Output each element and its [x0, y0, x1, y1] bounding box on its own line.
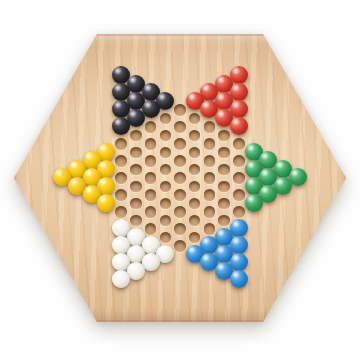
board-hole[interactable]: [130, 164, 142, 176]
board-hole[interactable]: [115, 155, 127, 167]
board-hole[interactable]: [233, 155, 245, 167]
board-hole[interactable]: [160, 113, 172, 125]
board-hole[interactable]: [115, 172, 127, 184]
board-hole[interactable]: [204, 223, 216, 235]
board-hole[interactable]: [189, 215, 201, 227]
board-hole[interactable]: [189, 181, 201, 193]
chinese-checkers-scene: [0, 0, 360, 360]
board-hole[interactable]: [204, 121, 216, 133]
board-hole[interactable]: [145, 121, 157, 133]
board-hole[interactable]: [160, 181, 172, 193]
board-hole[interactable]: [145, 172, 157, 184]
board-hole[interactable]: [174, 104, 186, 116]
board-hole[interactable]: [204, 189, 216, 201]
board-hole[interactable]: [174, 138, 186, 150]
peg-green[interactable]: [245, 194, 263, 212]
board-hole[interactable]: [233, 206, 245, 218]
board-hole[interactable]: [233, 172, 245, 184]
board-hole[interactable]: [174, 172, 186, 184]
board-hole[interactable]: [160, 232, 172, 244]
board-hole[interactable]: [160, 130, 172, 142]
board-hole[interactable]: [160, 215, 172, 227]
board-hole[interactable]: [174, 189, 186, 201]
peg-blue[interactable]: [230, 270, 248, 288]
board-hole[interactable]: [130, 147, 142, 159]
board-hole[interactable]: [218, 164, 230, 176]
board-hole[interactable]: [145, 155, 157, 167]
board-hole[interactable]: [115, 206, 127, 218]
board-hole[interactable]: [174, 240, 186, 252]
board-hole[interactable]: [115, 138, 127, 150]
board-hole[interactable]: [233, 189, 245, 201]
board-hole[interactable]: [204, 206, 216, 218]
peg-white[interactable]: [112, 270, 130, 288]
board-hole[interactable]: [189, 147, 201, 159]
board-hole[interactable]: [189, 198, 201, 210]
board-hole[interactable]: [130, 181, 142, 193]
board-hole[interactable]: [189, 164, 201, 176]
peg-black[interactable]: [112, 117, 130, 135]
board-hole[interactable]: [204, 172, 216, 184]
board-hole[interactable]: [189, 113, 201, 125]
board-hole[interactable]: [218, 181, 230, 193]
board-hole[interactable]: [174, 223, 186, 235]
peg-red[interactable]: [230, 117, 248, 135]
board-hole[interactable]: [174, 121, 186, 133]
board-hole[interactable]: [130, 215, 142, 227]
board-hole[interactable]: [233, 138, 245, 150]
board-hole[interactable]: [145, 206, 157, 218]
board-hole[interactable]: [130, 198, 142, 210]
board-hole[interactable]: [160, 198, 172, 210]
board-hole[interactable]: [115, 189, 127, 201]
board-hole[interactable]: [160, 147, 172, 159]
board-hole[interactable]: [145, 189, 157, 201]
board-hole[interactable]: [174, 206, 186, 218]
board-hole[interactable]: [145, 138, 157, 150]
board-hole[interactable]: [218, 198, 230, 210]
board-hole[interactable]: [189, 232, 201, 244]
peg-yellow[interactable]: [97, 194, 115, 212]
board-hole[interactable]: [204, 155, 216, 167]
hole-grid: [0, 0, 360, 360]
board-hole[interactable]: [218, 215, 230, 227]
board-hole[interactable]: [174, 155, 186, 167]
board-hole[interactable]: [130, 130, 142, 142]
board-hole[interactable]: [145, 223, 157, 235]
board-hole[interactable]: [160, 164, 172, 176]
board-hole[interactable]: [218, 147, 230, 159]
board-hole[interactable]: [204, 138, 216, 150]
board-hole[interactable]: [218, 130, 230, 142]
board-hole[interactable]: [189, 130, 201, 142]
